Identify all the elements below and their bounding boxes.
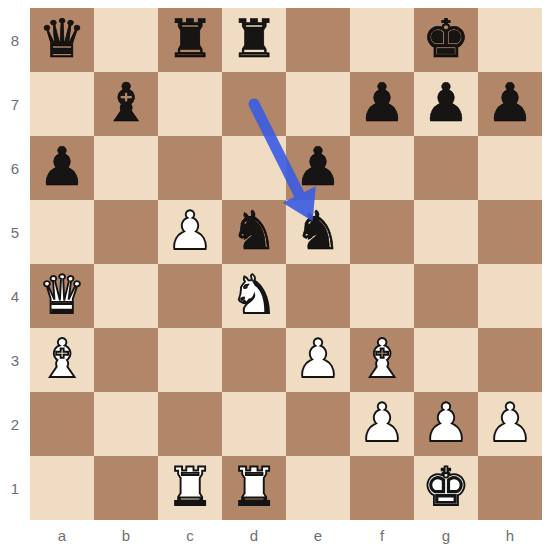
square-h6[interactable]	[478, 136, 542, 200]
square-b8[interactable]	[94, 8, 158, 72]
square-b6[interactable]	[94, 136, 158, 200]
square-b3[interactable]	[94, 328, 158, 392]
square-h8[interactable]	[478, 8, 542, 72]
square-e3[interactable]: ♟︎	[286, 328, 350, 392]
square-f1[interactable]	[350, 456, 414, 520]
square-g1[interactable]: ♚︎	[414, 456, 478, 520]
square-e4[interactable]	[286, 264, 350, 328]
square-b5[interactable]	[94, 200, 158, 264]
file-label-a: a	[30, 520, 94, 550]
square-a1[interactable]	[30, 456, 94, 520]
black-queen[interactable]: ♛︎	[38, 12, 86, 65]
square-g4[interactable]	[414, 264, 478, 328]
white-pawn[interactable]: ♟︎	[294, 332, 342, 385]
square-b2[interactable]	[94, 392, 158, 456]
white-bishop[interactable]: ♝︎	[38, 332, 86, 385]
square-d5[interactable]: ♞︎	[222, 200, 286, 264]
black-pawn[interactable]: ♟︎	[422, 76, 470, 129]
chess-board: ♛︎♜︎♜︎♚︎♝︎♟︎♟︎♟︎♟︎♟︎♟︎♞︎♞︎♛︎♞︎♝︎♟︎♝︎♟︎♟︎…	[30, 8, 542, 520]
rank-labels: 87654321	[0, 8, 30, 520]
square-a2[interactable]	[30, 392, 94, 456]
square-g7[interactable]: ♟︎	[414, 72, 478, 136]
black-pawn[interactable]: ♟︎	[38, 140, 86, 193]
square-g6[interactable]	[414, 136, 478, 200]
square-b4[interactable]	[94, 264, 158, 328]
file-label-c: c	[158, 520, 222, 550]
square-h5[interactable]	[478, 200, 542, 264]
square-g3[interactable]	[414, 328, 478, 392]
white-pawn[interactable]: ♟︎	[166, 204, 214, 257]
square-a5[interactable]	[30, 200, 94, 264]
black-pawn[interactable]: ♟︎	[294, 140, 342, 193]
square-f2[interactable]: ♟︎	[350, 392, 414, 456]
black-bishop[interactable]: ♝︎	[102, 76, 150, 129]
square-f3[interactable]: ♝︎	[350, 328, 414, 392]
square-d2[interactable]	[222, 392, 286, 456]
square-h2[interactable]: ♟︎	[478, 392, 542, 456]
square-e2[interactable]	[286, 392, 350, 456]
square-c6[interactable]	[158, 136, 222, 200]
square-h3[interactable]	[478, 328, 542, 392]
square-h4[interactable]	[478, 264, 542, 328]
square-b7[interactable]: ♝︎	[94, 72, 158, 136]
square-d7[interactable]	[222, 72, 286, 136]
square-a7[interactable]	[30, 72, 94, 136]
square-c8[interactable]: ♜︎	[158, 8, 222, 72]
square-f4[interactable]	[350, 264, 414, 328]
file-label-b: b	[94, 520, 158, 550]
black-king[interactable]: ♚︎	[422, 12, 470, 65]
square-e5[interactable]: ♞︎	[286, 200, 350, 264]
white-pawn[interactable]: ♟︎	[358, 396, 406, 449]
square-c7[interactable]	[158, 72, 222, 136]
square-f7[interactable]: ♟︎	[350, 72, 414, 136]
white-bishop[interactable]: ♝︎	[358, 332, 406, 385]
file-label-f: f	[350, 520, 414, 550]
white-king[interactable]: ♚︎	[422, 460, 470, 513]
square-g5[interactable]	[414, 200, 478, 264]
square-f6[interactable]	[350, 136, 414, 200]
square-e1[interactable]	[286, 456, 350, 520]
file-labels: abcdefgh	[30, 520, 542, 550]
square-c3[interactable]	[158, 328, 222, 392]
white-queen[interactable]: ♛︎	[38, 268, 86, 321]
white-pawn[interactable]: ♟︎	[422, 396, 470, 449]
black-pawn[interactable]: ♟︎	[358, 76, 406, 129]
black-knight[interactable]: ♞︎	[230, 204, 278, 257]
rank-label-8: 8	[0, 8, 30, 72]
square-h7[interactable]: ♟︎	[478, 72, 542, 136]
square-c1[interactable]: ♜︎	[158, 456, 222, 520]
file-label-h: h	[478, 520, 542, 550]
rank-label-3: 3	[0, 328, 30, 392]
square-e8[interactable]	[286, 8, 350, 72]
white-rook[interactable]: ♜︎	[230, 460, 278, 513]
white-rook[interactable]: ♜︎	[166, 460, 214, 513]
black-rook[interactable]: ♜︎	[166, 12, 214, 65]
white-knight[interactable]: ♞︎	[230, 268, 278, 321]
square-c4[interactable]	[158, 264, 222, 328]
square-d6[interactable]	[222, 136, 286, 200]
rank-label-5: 5	[0, 200, 30, 264]
square-d4[interactable]: ♞︎	[222, 264, 286, 328]
square-e7[interactable]	[286, 72, 350, 136]
square-g8[interactable]: ♚︎	[414, 8, 478, 72]
file-label-e: e	[286, 520, 350, 550]
square-a4[interactable]: ♛︎	[30, 264, 94, 328]
rank-label-7: 7	[0, 72, 30, 136]
white-pawn[interactable]: ♟︎	[486, 396, 534, 449]
square-c2[interactable]	[158, 392, 222, 456]
square-a3[interactable]: ♝︎	[30, 328, 94, 392]
square-b1[interactable]	[94, 456, 158, 520]
square-h1[interactable]	[478, 456, 542, 520]
square-f8[interactable]	[350, 8, 414, 72]
file-label-d: d	[222, 520, 286, 550]
square-e6[interactable]: ♟︎	[286, 136, 350, 200]
square-a6[interactable]: ♟︎	[30, 136, 94, 200]
square-g2[interactable]: ♟︎	[414, 392, 478, 456]
chess-app: 87654321 ♛︎♜︎♜︎♚︎♝︎♟︎♟︎♟︎♟︎♟︎♟︎♞︎♞︎♛︎♞︎♝…	[0, 0, 556, 550]
file-label-g: g	[414, 520, 478, 550]
square-d3[interactable]	[222, 328, 286, 392]
black-pawn[interactable]: ♟︎	[486, 76, 534, 129]
rank-label-1: 1	[0, 456, 30, 520]
rank-label-6: 6	[0, 136, 30, 200]
square-c5[interactable]: ♟︎	[158, 200, 222, 264]
rank-label-2: 2	[0, 392, 30, 456]
black-rook[interactable]: ♜︎	[230, 12, 278, 65]
black-knight[interactable]: ♞︎	[294, 204, 342, 257]
square-a8[interactable]: ♛︎	[30, 8, 94, 72]
rank-label-4: 4	[0, 264, 30, 328]
square-d8[interactable]: ♜︎	[222, 8, 286, 72]
square-d1[interactable]: ♜︎	[222, 456, 286, 520]
square-f5[interactable]	[350, 200, 414, 264]
